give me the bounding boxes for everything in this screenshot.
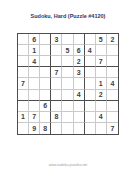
cell-r9c5[interactable] — [62, 123, 73, 134]
cell-r2c4[interactable] — [51, 45, 62, 56]
cell-r4c6[interactable]: 3 — [74, 67, 85, 78]
cell-r6c2[interactable] — [29, 90, 40, 101]
cell-r3c9[interactable] — [107, 56, 118, 67]
cell-r8c2[interactable]: 7 — [29, 112, 40, 123]
cell-r2c6[interactable]: 6 — [74, 45, 85, 56]
cell-r6c9[interactable] — [107, 90, 118, 101]
cell-r9c4[interactable] — [51, 123, 62, 134]
cell-r3c5[interactable] — [62, 56, 73, 67]
cell-r6c1[interactable] — [18, 90, 29, 101]
cell-r6c6[interactable]: 4 — [74, 90, 85, 101]
cell-r4c2[interactable] — [29, 67, 40, 78]
cell-r9c6[interactable] — [74, 123, 85, 134]
cell-r5c5[interactable] — [62, 78, 73, 89]
page-title: Sudoku, Hard (Puzzle #4120) — [0, 13, 136, 20]
cell-r7c9[interactable] — [107, 101, 118, 112]
cell-r9c9[interactable]: 7 — [107, 123, 118, 134]
cell-r9c3[interactable]: 8 — [40, 123, 51, 134]
cell-r5c8[interactable]: 1 — [96, 78, 107, 89]
cell-r8c8[interactable]: 4 — [96, 112, 107, 123]
cell-r6c8[interactable]: 2 — [96, 90, 107, 101]
cell-r6c3[interactable] — [40, 90, 51, 101]
cell-r2c1[interactable] — [18, 45, 29, 56]
cell-r9c2[interactable]: 9 — [29, 123, 40, 134]
cell-r2c7[interactable]: 4 — [85, 45, 96, 56]
cell-r7c7[interactable] — [85, 101, 96, 112]
cell-r9c7[interactable] — [85, 123, 96, 134]
cell-r3c1[interactable] — [18, 56, 29, 67]
cell-r4c9[interactable] — [107, 67, 118, 78]
cell-r4c5[interactable] — [62, 67, 73, 78]
cell-r2c3[interactable] — [40, 45, 51, 56]
cell-r6c5[interactable] — [62, 90, 73, 101]
cell-r2c9[interactable] — [107, 45, 118, 56]
cell-r4c8[interactable] — [96, 67, 107, 78]
cell-r3c4[interactable] — [51, 56, 62, 67]
cell-r8c4[interactable]: 8 — [51, 112, 62, 123]
cell-r1c5[interactable] — [62, 34, 73, 45]
cell-r3c8[interactable]: 7 — [96, 56, 107, 67]
cell-r9c1[interactable] — [18, 123, 29, 134]
cell-r8c1[interactable]: 1 — [18, 112, 29, 123]
cell-r7c4[interactable] — [51, 101, 62, 112]
cell-r6c7[interactable] — [85, 90, 96, 101]
cell-r7c5[interactable] — [62, 101, 73, 112]
cell-r8c6[interactable] — [74, 112, 85, 123]
sudoku-page: Sudoku, Hard (Puzzle #4120) 635215644277… — [0, 0, 136, 176]
cell-r5c4[interactable] — [51, 78, 62, 89]
cell-r7c8[interactable] — [96, 101, 107, 112]
cell-r7c6[interactable] — [74, 101, 85, 112]
cell-r4c1[interactable] — [18, 67, 29, 78]
footer-url: www.sudoku-puzzles.net — [0, 163, 136, 167]
cell-r5c1[interactable]: 7 — [18, 78, 29, 89]
cell-r7c2[interactable] — [29, 101, 40, 112]
cell-r8c7[interactable] — [85, 112, 96, 123]
cell-r3c3[interactable] — [40, 56, 51, 67]
cell-r5c2[interactable] — [29, 78, 40, 89]
cell-r5c9[interactable]: 4 — [107, 78, 118, 89]
cell-r2c8[interactable] — [96, 45, 107, 56]
cell-r5c3[interactable] — [40, 78, 51, 89]
cell-r1c9[interactable]: 2 — [107, 34, 118, 45]
cell-r4c7[interactable] — [85, 67, 96, 78]
cell-r7c3[interactable]: 6 — [40, 101, 51, 112]
cell-r1c8[interactable]: 5 — [96, 34, 107, 45]
cell-r5c7[interactable] — [85, 78, 96, 89]
cell-r8c3[interactable] — [40, 112, 51, 123]
sudoku-board: 63521564427737144261784987 — [17, 33, 119, 135]
cell-r3c7[interactable] — [85, 56, 96, 67]
cell-r7c1[interactable] — [18, 101, 29, 112]
cell-r6c4[interactable] — [51, 90, 62, 101]
cell-r4c4[interactable]: 7 — [51, 67, 62, 78]
cell-r1c4[interactable]: 3 — [51, 34, 62, 45]
cell-r1c7[interactable] — [85, 34, 96, 45]
cell-r5c6[interactable] — [74, 78, 85, 89]
cell-r1c2[interactable]: 6 — [29, 34, 40, 45]
cell-r9c8[interactable] — [96, 123, 107, 134]
cell-r4c3[interactable] — [40, 67, 51, 78]
cell-r1c1[interactable] — [18, 34, 29, 45]
cell-r3c2[interactable]: 4 — [29, 56, 40, 67]
cell-r1c3[interactable] — [40, 34, 51, 45]
cell-r1c6[interactable] — [74, 34, 85, 45]
cell-r2c5[interactable]: 5 — [62, 45, 73, 56]
cell-r8c9[interactable] — [107, 112, 118, 123]
cell-r3c6[interactable]: 2 — [74, 56, 85, 67]
cell-r8c5[interactable] — [62, 112, 73, 123]
cell-r2c2[interactable]: 1 — [29, 45, 40, 56]
